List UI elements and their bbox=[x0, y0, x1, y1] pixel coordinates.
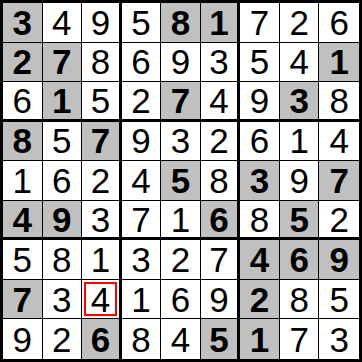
cell-r2c4[interactable]: 6 bbox=[122, 43, 162, 83]
cell-r2c2[interactable]: 7 bbox=[43, 43, 83, 83]
cell-digit: 5 bbox=[52, 123, 71, 158]
cell-digit: 8 bbox=[91, 44, 110, 79]
cell-r3c6[interactable]: 4 bbox=[201, 82, 241, 122]
cell-r6c1[interactable]: 4 bbox=[3, 201, 43, 241]
cell-digit: 5 bbox=[289, 202, 308, 237]
cell-digit: 4 bbox=[91, 282, 110, 317]
cell-digit: 1 bbox=[250, 322, 269, 357]
cell-r4c9[interactable]: 4 bbox=[319, 122, 359, 162]
cell-digit: 2 bbox=[13, 44, 32, 79]
cell-r4c7[interactable]: 6 bbox=[240, 122, 280, 162]
cell-digit: 1 bbox=[171, 202, 190, 237]
cell-r4c2[interactable]: 5 bbox=[43, 122, 83, 162]
cell-digit: 7 bbox=[13, 282, 32, 317]
cell-r1c3[interactable]: 9 bbox=[82, 3, 122, 43]
cell-r8c5[interactable]: 6 bbox=[161, 280, 201, 320]
cell-digit: 4 bbox=[171, 322, 190, 357]
cell-r1c4[interactable]: 5 bbox=[122, 3, 162, 43]
cell-r5c8[interactable]: 9 bbox=[280, 161, 320, 201]
cell-r3c1[interactable]: 6 bbox=[3, 82, 43, 122]
cell-digit: 3 bbox=[329, 322, 348, 357]
cell-r2c3[interactable]: 8 bbox=[82, 43, 122, 83]
cell-digit: 7 bbox=[171, 83, 190, 118]
cell-digit: 7 bbox=[91, 123, 110, 158]
cell-digit: 3 bbox=[289, 83, 308, 118]
cell-digit: 9 bbox=[250, 83, 269, 118]
cell-r9c7[interactable]: 1 bbox=[240, 319, 280, 359]
cell-digit: 1 bbox=[131, 282, 150, 317]
cell-r1c2[interactable]: 4 bbox=[43, 3, 83, 43]
cell-digit: 2 bbox=[209, 123, 228, 158]
cell-r4c8[interactable]: 1 bbox=[280, 122, 320, 162]
cell-r3c8[interactable]: 3 bbox=[280, 82, 320, 122]
cell-r2c5[interactable]: 9 bbox=[161, 43, 201, 83]
cell-r8c9[interactable]: 5 bbox=[319, 280, 359, 320]
cell-r9c6[interactable]: 5 bbox=[201, 319, 241, 359]
cell-digit: 7 bbox=[52, 44, 71, 79]
cell-r4c3[interactable]: 7 bbox=[82, 122, 122, 162]
cell-r4c4[interactable]: 9 bbox=[122, 122, 162, 162]
cell-r4c1[interactable]: 8 bbox=[3, 122, 43, 162]
cell-digit: 1 bbox=[209, 5, 228, 40]
cell-digit: 8 bbox=[171, 5, 190, 40]
cell-digit: 3 bbox=[131, 242, 150, 277]
cell-digit: 7 bbox=[250, 5, 269, 40]
cell-digit: 1 bbox=[91, 242, 110, 277]
cell-r1c5[interactable]: 8 bbox=[161, 3, 201, 43]
cell-digit: 1 bbox=[289, 123, 308, 158]
cell-digit: 8 bbox=[52, 242, 71, 277]
cell-digit: 9 bbox=[91, 5, 110, 40]
cell-r5c4[interactable]: 4 bbox=[122, 161, 162, 201]
cell-r2c1[interactable]: 2 bbox=[3, 43, 43, 83]
cell-r6c8[interactable]: 5 bbox=[280, 201, 320, 241]
cell-digit: 6 bbox=[52, 163, 71, 198]
cell-digit: 2 bbox=[91, 163, 110, 198]
cell-r3c7[interactable]: 9 bbox=[240, 82, 280, 122]
cell-digit: 8 bbox=[131, 322, 150, 357]
cell-r8c6[interactable]: 9 bbox=[201, 280, 241, 320]
cell-digit: 8 bbox=[13, 123, 32, 158]
cell-digit: 6 bbox=[289, 242, 308, 277]
cell-digit: 6 bbox=[13, 83, 32, 118]
cell-r2c6[interactable]: 3 bbox=[201, 43, 241, 83]
cell-digit: 9 bbox=[171, 44, 190, 79]
cell-digit: 5 bbox=[13, 242, 32, 277]
cell-r5c2[interactable]: 6 bbox=[43, 161, 83, 201]
cell-digit: 5 bbox=[209, 322, 228, 357]
cell-digit: 6 bbox=[91, 322, 110, 357]
cell-digit: 8 bbox=[209, 163, 228, 198]
cell-digit: 4 bbox=[289, 44, 308, 79]
cell-r8c3[interactable]: 4 bbox=[82, 280, 122, 320]
cell-digit: 6 bbox=[171, 282, 190, 317]
cell-digit: 4 bbox=[250, 242, 269, 277]
cell-r2c9[interactable]: 1 bbox=[319, 43, 359, 83]
cell-digit: 5 bbox=[250, 44, 269, 79]
cell-r7c7[interactable]: 4 bbox=[240, 240, 280, 280]
cell-digit: 8 bbox=[289, 282, 308, 317]
cell-digit: 3 bbox=[209, 44, 228, 79]
cell-r8c7[interactable]: 2 bbox=[240, 280, 280, 320]
cell-r3c2[interactable]: 1 bbox=[43, 82, 83, 122]
cell-r6c9[interactable]: 2 bbox=[319, 201, 359, 241]
cell-r9c2[interactable]: 2 bbox=[43, 319, 83, 359]
cell-r7c3[interactable]: 1 bbox=[82, 240, 122, 280]
cell-r2c8[interactable]: 4 bbox=[280, 43, 320, 83]
cell-r9c9[interactable]: 3 bbox=[319, 319, 359, 359]
cell-digit: 3 bbox=[171, 123, 190, 158]
cell-digit: 2 bbox=[52, 322, 71, 357]
cell-r4c6[interactable]: 2 bbox=[201, 122, 241, 162]
cell-r3c9[interactable]: 8 bbox=[319, 82, 359, 122]
cell-digit: 1 bbox=[329, 44, 348, 79]
cell-digit: 7 bbox=[289, 322, 308, 357]
cell-digit: 2 bbox=[329, 202, 348, 237]
sudoku-board: 3495817262786935416152749388579326141624… bbox=[0, 0, 362, 362]
cell-digit: 7 bbox=[209, 242, 228, 277]
cell-digit: 3 bbox=[13, 5, 32, 40]
cell-digit: 2 bbox=[250, 282, 269, 317]
cell-digit: 6 bbox=[209, 202, 228, 237]
cell-r6c5[interactable]: 1 bbox=[161, 201, 201, 241]
cell-r1c8[interactable]: 2 bbox=[280, 3, 320, 43]
cell-digit: 4 bbox=[52, 5, 71, 40]
cell-digit: 3 bbox=[52, 282, 71, 317]
cell-digit: 5 bbox=[91, 83, 110, 118]
cell-r8c1[interactable]: 7 bbox=[3, 280, 43, 320]
cell-r9c8[interactable]: 7 bbox=[280, 319, 320, 359]
cell-r8c8[interactable]: 8 bbox=[280, 280, 320, 320]
cell-digit: 6 bbox=[250, 123, 269, 158]
cell-digit: 5 bbox=[171, 163, 190, 198]
cell-r5c7[interactable]: 3 bbox=[240, 161, 280, 201]
cell-digit: 2 bbox=[131, 83, 150, 118]
cell-digit: 9 bbox=[209, 282, 228, 317]
cell-r7c8[interactable]: 6 bbox=[280, 240, 320, 280]
cell-digit: 7 bbox=[329, 163, 348, 198]
cell-r6c2[interactable]: 9 bbox=[43, 201, 83, 241]
cell-digit: 9 bbox=[13, 322, 32, 357]
cell-digit: 5 bbox=[131, 5, 150, 40]
cell-r6c7[interactable]: 8 bbox=[240, 201, 280, 241]
cell-digit: 3 bbox=[91, 202, 110, 237]
cell-r5c3[interactable]: 2 bbox=[82, 161, 122, 201]
cell-r5c5[interactable]: 5 bbox=[161, 161, 201, 201]
cell-r9c1[interactable]: 9 bbox=[3, 319, 43, 359]
cell-r6c6[interactable]: 6 bbox=[201, 201, 241, 241]
cell-r1c7[interactable]: 7 bbox=[240, 3, 280, 43]
cell-r8c2[interactable]: 3 bbox=[43, 280, 83, 320]
cell-digit: 9 bbox=[52, 202, 71, 237]
cell-r5c1[interactable]: 1 bbox=[3, 161, 43, 201]
cell-digit: 9 bbox=[289, 163, 308, 198]
cell-r7c2[interactable]: 8 bbox=[43, 240, 83, 280]
cell-r3c3[interactable]: 5 bbox=[82, 82, 122, 122]
cell-digit: 6 bbox=[329, 5, 348, 40]
cell-digit: 8 bbox=[250, 202, 269, 237]
cell-r5c9[interactable]: 7 bbox=[319, 161, 359, 201]
cell-digit: 9 bbox=[329, 242, 348, 277]
cell-r2c7[interactable]: 5 bbox=[240, 43, 280, 83]
cell-r4c5[interactable]: 3 bbox=[161, 122, 201, 162]
cell-r7c9[interactable]: 9 bbox=[319, 240, 359, 280]
cell-digit: 4 bbox=[131, 163, 150, 198]
cell-r1c9[interactable]: 6 bbox=[319, 3, 359, 43]
cell-digit: 1 bbox=[52, 83, 71, 118]
cell-r3c5[interactable]: 7 bbox=[161, 82, 201, 122]
cell-digit: 4 bbox=[13, 202, 32, 237]
cell-r7c6[interactable]: 7 bbox=[201, 240, 241, 280]
cell-r5c6[interactable]: 8 bbox=[201, 161, 241, 201]
cell-r1c1[interactable]: 3 bbox=[3, 3, 43, 43]
cell-digit: 4 bbox=[329, 123, 348, 158]
cell-r3c4[interactable]: 2 bbox=[122, 82, 162, 122]
cell-r6c4[interactable]: 7 bbox=[122, 201, 162, 241]
cell-r7c4[interactable]: 3 bbox=[122, 240, 162, 280]
cell-digit: 8 bbox=[329, 83, 348, 118]
cell-r1c6[interactable]: 1 bbox=[201, 3, 241, 43]
cell-digit: 2 bbox=[171, 242, 190, 277]
cell-r8c4[interactable]: 1 bbox=[122, 280, 162, 320]
cell-digit: 7 bbox=[131, 202, 150, 237]
cell-digit: 2 bbox=[289, 5, 308, 40]
cell-digit: 4 bbox=[209, 83, 228, 118]
cell-digit: 9 bbox=[131, 123, 150, 158]
cell-digit: 5 bbox=[329, 282, 348, 317]
cell-r9c3[interactable]: 6 bbox=[82, 319, 122, 359]
cell-digit: 1 bbox=[13, 163, 32, 198]
cell-r6c3[interactable]: 3 bbox=[82, 201, 122, 241]
cell-r9c4[interactable]: 8 bbox=[122, 319, 162, 359]
cell-digit: 3 bbox=[250, 163, 269, 198]
cell-r7c5[interactable]: 2 bbox=[161, 240, 201, 280]
cell-r9c5[interactable]: 4 bbox=[161, 319, 201, 359]
cell-r7c1[interactable]: 5 bbox=[3, 240, 43, 280]
cell-digit: 6 bbox=[131, 44, 150, 79]
